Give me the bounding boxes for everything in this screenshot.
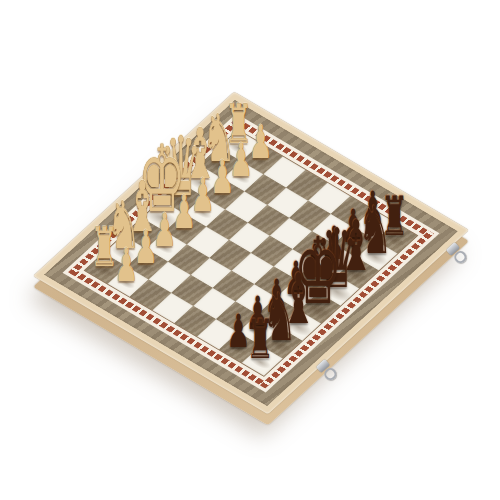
board-frame: ♜♟♟♜♞♟♟♞♝♟♟♝♛♟♟♛♚♟♟♚♝♟♟♝♞♟♟♞♜♟♟♜ — [33, 92, 469, 415]
white-pawn: ♟ — [100, 241, 153, 287]
black-rook: ♜ — [229, 313, 292, 367]
chess-set-photo: ♜♟♟♜♞♟♟♞♝♟♟♝♛♟♟♛♚♟♟♚♝♟♟♝♞♟♟♞♜♟♟♜ — [0, 0, 500, 500]
